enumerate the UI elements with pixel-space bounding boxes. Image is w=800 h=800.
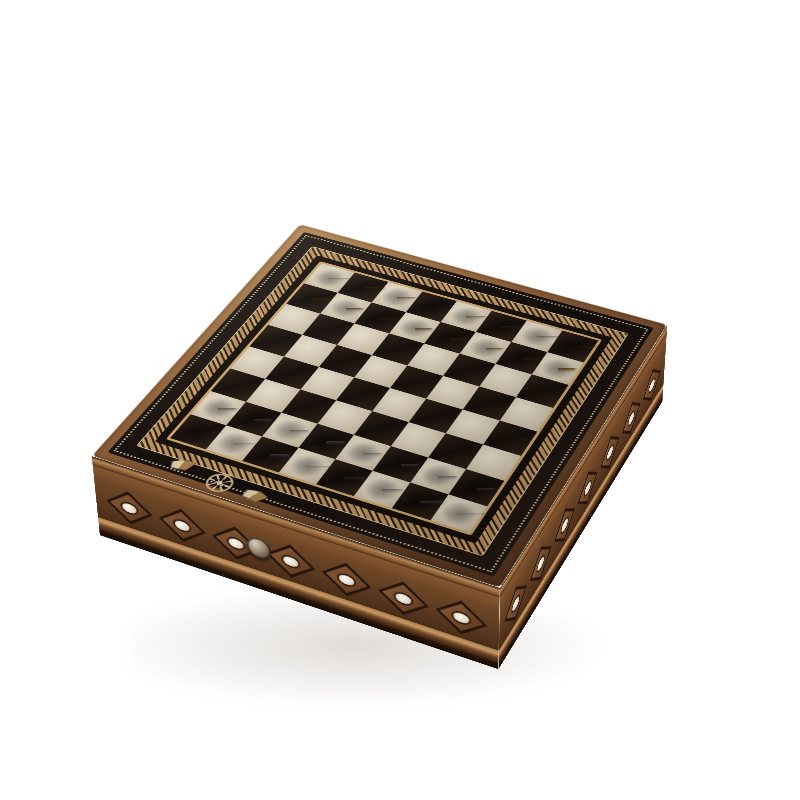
- rook-glyph: ♜: [421, 438, 498, 524]
- product-photo-scene: ♜♞♝♚♛♝♞♜♟♟♟♟♟♟♟♟♟♟♟♟♟♟♟♟♜♞♝♚♛♝♞♜: [0, 0, 800, 800]
- chess-box-3d: ♜♞♝♚♛♝♞♜♟♟♟♟♟♟♟♟♟♟♟♟♟♟♟♟♜♞♝♚♛♝♞♜: [92, 224, 668, 588]
- perspective-viewport: ♜♞♝♚♛♝♞♜♟♟♟♟♟♟♟♟♟♟♟♟♟♟♟♟♜♞♝♚♛♝♞♜: [0, 0, 800, 800]
